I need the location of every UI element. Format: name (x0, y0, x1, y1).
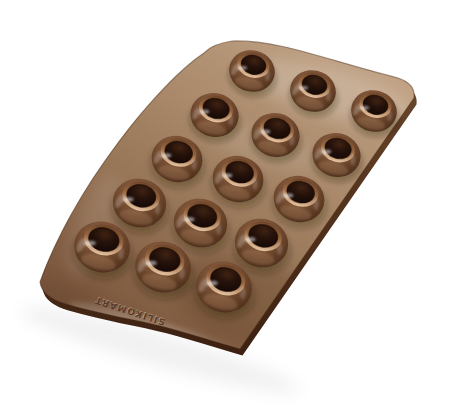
mold-illustration: SILIKOMART SILIKOMART (0, 0, 450, 416)
specular-highlight (350, 154, 355, 165)
specular-highlight (265, 70, 270, 81)
specular-highlight (179, 266, 185, 279)
specular-highlight (155, 202, 160, 215)
specular-highlight (253, 178, 258, 190)
specular-highlight (216, 222, 221, 235)
specular-highlight (118, 246, 124, 259)
specular-highlight (228, 114, 233, 125)
specular-highlight (192, 158, 197, 170)
specular-highlight (326, 90, 331, 101)
specular-highlight (289, 134, 294, 145)
specular-highlight (240, 286, 246, 299)
specular-highlight (314, 198, 319, 210)
specular-highlight (387, 110, 392, 121)
product-photo: SILIKOMART SILIKOMART (0, 0, 450, 416)
specular-highlight (277, 242, 282, 255)
